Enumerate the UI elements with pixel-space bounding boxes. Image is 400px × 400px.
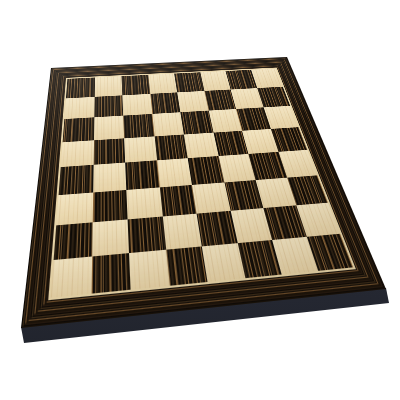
square-d4 — [157, 158, 192, 187]
square-b7 — [94, 95, 123, 117]
square-a5 — [61, 140, 94, 167]
square-e8 — [174, 72, 204, 92]
square-d7 — [150, 92, 180, 114]
square-c4 — [125, 160, 159, 189]
square-e7 — [177, 91, 208, 113]
square-b5 — [93, 138, 125, 165]
square-c2 — [128, 217, 166, 253]
chessboard — [21, 57, 386, 328]
square-c1 — [129, 249, 169, 289]
square-a6 — [63, 117, 94, 142]
square-c8 — [121, 75, 149, 95]
square-c5 — [124, 136, 157, 162]
square-b4 — [93, 163, 127, 193]
square-d5 — [154, 134, 187, 160]
square-b6 — [94, 116, 125, 140]
square-a4 — [59, 165, 94, 195]
square-c7 — [122, 94, 152, 116]
square-c3 — [126, 187, 162, 219]
square-d3 — [159, 185, 196, 217]
board-grid — [51, 69, 353, 298]
square-d8 — [148, 74, 177, 94]
square-a1 — [51, 256, 92, 298]
square-b2 — [92, 219, 129, 256]
square-d2 — [162, 214, 201, 250]
square-b3 — [92, 190, 127, 223]
square-d1 — [166, 246, 208, 286]
square-b1 — [91, 253, 131, 294]
square-a7 — [64, 97, 94, 119]
photo-background — [0, 0, 400, 400]
square-c6 — [123, 114, 154, 138]
square-a8 — [66, 78, 95, 99]
square-d6 — [152, 112, 184, 136]
square-b8 — [94, 76, 122, 96]
square-a3 — [56, 192, 92, 225]
square-a2 — [54, 222, 93, 259]
